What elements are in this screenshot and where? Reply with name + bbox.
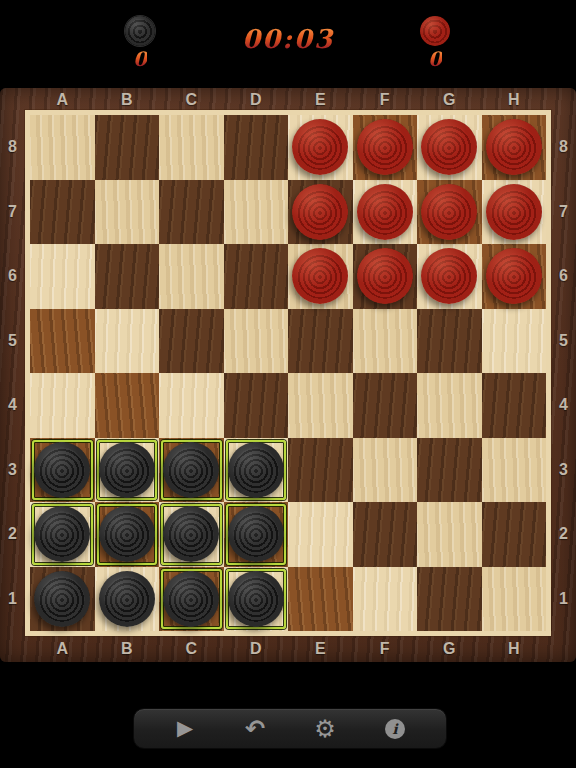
square-D4[interactable] xyxy=(224,373,289,438)
col-label-B: B xyxy=(95,89,160,111)
info-button[interactable]: i xyxy=(378,712,412,746)
piece-red-G8[interactable] xyxy=(421,119,477,175)
square-F2[interactable] xyxy=(353,502,418,567)
square-B3[interactable] xyxy=(95,438,160,503)
square-A7[interactable] xyxy=(30,180,95,245)
piece-black-A1[interactable] xyxy=(34,571,90,627)
square-E8[interactable] xyxy=(288,115,353,180)
square-B5[interactable] xyxy=(95,309,160,374)
piece-black-D3[interactable] xyxy=(228,442,284,498)
col-label-D: D xyxy=(224,89,289,111)
square-C4[interactable] xyxy=(159,373,224,438)
square-H6[interactable] xyxy=(482,244,547,309)
col-label-G: G xyxy=(417,636,482,662)
square-E5[interactable] xyxy=(288,309,353,374)
column-labels-bottom: ABCDEFGH xyxy=(30,636,546,662)
square-E1[interactable] xyxy=(288,567,353,632)
col-label-A: A xyxy=(30,89,95,111)
row-labels-right: 87654321 xyxy=(551,115,576,631)
square-G8[interactable] xyxy=(417,115,482,180)
square-E6[interactable] xyxy=(288,244,353,309)
row-label-8: 8 xyxy=(0,115,25,180)
row-label-5: 5 xyxy=(0,309,25,374)
row-label-2: 2 xyxy=(0,502,25,567)
square-E3[interactable] xyxy=(288,438,353,503)
col-label-B: B xyxy=(95,636,160,662)
row-label-1: 1 xyxy=(551,567,576,632)
black-piece-icon xyxy=(125,16,155,46)
piece-red-F8[interactable] xyxy=(357,119,413,175)
piece-black-B3[interactable] xyxy=(99,442,155,498)
row-label-8: 8 xyxy=(551,115,576,180)
square-A8[interactable] xyxy=(30,115,95,180)
square-G5[interactable] xyxy=(417,309,482,374)
square-A2[interactable] xyxy=(30,502,95,567)
score-bar: 0 00:03 0 xyxy=(0,0,576,88)
square-F1[interactable] xyxy=(353,567,418,632)
square-B7[interactable] xyxy=(95,180,160,245)
square-G6[interactable] xyxy=(417,244,482,309)
col-label-F: F xyxy=(353,636,418,662)
col-label-A: A xyxy=(30,636,95,662)
row-label-5: 5 xyxy=(551,309,576,374)
red-piece-icon xyxy=(420,16,450,46)
game-timer: 00:03 xyxy=(0,24,576,54)
row-label-2: 2 xyxy=(551,502,576,567)
row-label-4: 4 xyxy=(551,373,576,438)
piece-black-C3[interactable] xyxy=(163,442,219,498)
piece-red-H7[interactable] xyxy=(486,184,542,240)
square-F4[interactable] xyxy=(353,373,418,438)
board-grid xyxy=(30,115,546,631)
column-labels-top: ABCDEFGH xyxy=(30,89,546,111)
square-A3[interactable] xyxy=(30,438,95,503)
square-F6[interactable] xyxy=(353,244,418,309)
square-H7[interactable] xyxy=(482,180,547,245)
square-E4[interactable] xyxy=(288,373,353,438)
square-G7[interactable] xyxy=(417,180,482,245)
square-G3[interactable] xyxy=(417,438,482,503)
square-C2[interactable] xyxy=(159,502,224,567)
square-A5[interactable] xyxy=(30,309,95,374)
square-F7[interactable] xyxy=(353,180,418,245)
square-H4[interactable] xyxy=(482,373,547,438)
square-F5[interactable] xyxy=(353,309,418,374)
square-B2[interactable] xyxy=(95,502,160,567)
col-label-C: C xyxy=(159,89,224,111)
col-label-G: G xyxy=(417,89,482,111)
piece-black-B1[interactable] xyxy=(99,571,155,627)
settings-button[interactable]: ⚙ xyxy=(308,712,342,746)
piece-red-H6[interactable] xyxy=(486,248,542,304)
red-score: 0 xyxy=(428,49,442,69)
square-C8[interactable] xyxy=(159,115,224,180)
square-G4[interactable] xyxy=(417,373,482,438)
piece-red-E6[interactable] xyxy=(292,248,348,304)
square-B6[interactable] xyxy=(95,244,160,309)
piece-red-E8[interactable] xyxy=(292,119,348,175)
col-label-D: D xyxy=(224,636,289,662)
square-H8[interactable] xyxy=(482,115,547,180)
square-H2[interactable] xyxy=(482,502,547,567)
piece-red-F6[interactable] xyxy=(357,248,413,304)
piece-red-G6[interactable] xyxy=(421,248,477,304)
square-E2[interactable] xyxy=(288,502,353,567)
piece-red-F7[interactable] xyxy=(357,184,413,240)
row-labels-left: 87654321 xyxy=(0,115,25,631)
settings-icon: ⚙ xyxy=(314,717,336,741)
undo-button[interactable]: ↶ xyxy=(238,712,272,746)
board-frame: ABCDEFGH ABCDEFGH 87654321 87654321 xyxy=(0,88,576,662)
square-D8[interactable] xyxy=(224,115,289,180)
square-B4[interactable] xyxy=(95,373,160,438)
square-F3[interactable] xyxy=(353,438,418,503)
square-C1[interactable] xyxy=(159,567,224,632)
row-label-6: 6 xyxy=(0,244,25,309)
col-label-E: E xyxy=(288,89,353,111)
play-icon: ▶ xyxy=(177,718,193,739)
piece-black-A2[interactable] xyxy=(34,506,90,562)
square-D6[interactable] xyxy=(224,244,289,309)
playing-field xyxy=(25,110,551,636)
piece-black-C2[interactable] xyxy=(163,506,219,562)
row-label-7: 7 xyxy=(0,180,25,245)
piece-red-G7[interactable] xyxy=(421,184,477,240)
col-label-H: H xyxy=(482,636,547,662)
piece-black-A3[interactable] xyxy=(34,442,90,498)
piece-black-D1[interactable] xyxy=(228,571,284,627)
square-H5[interactable] xyxy=(482,309,547,374)
square-C3[interactable] xyxy=(159,438,224,503)
undo-icon: ↶ xyxy=(245,717,265,741)
square-D2[interactable] xyxy=(224,502,289,567)
col-label-C: C xyxy=(159,636,224,662)
square-C5[interactable] xyxy=(159,309,224,374)
col-label-F: F xyxy=(353,89,418,111)
col-label-E: E xyxy=(288,636,353,662)
piece-black-C1[interactable] xyxy=(163,571,219,627)
square-D3[interactable] xyxy=(224,438,289,503)
row-label-4: 4 xyxy=(0,373,25,438)
row-label-3: 3 xyxy=(551,438,576,503)
piece-black-D2[interactable] xyxy=(228,506,284,562)
col-label-H: H xyxy=(482,89,547,111)
piece-black-B2[interactable] xyxy=(99,506,155,562)
toolbar: ▶↶⚙i xyxy=(133,708,447,749)
row-label-3: 3 xyxy=(0,438,25,503)
square-F8[interactable] xyxy=(353,115,418,180)
row-label-6: 6 xyxy=(551,244,576,309)
square-D7[interactable] xyxy=(224,180,289,245)
row-label-7: 7 xyxy=(551,180,576,245)
row-label-1: 1 xyxy=(0,567,25,632)
square-E7[interactable] xyxy=(288,180,353,245)
square-H1[interactable] xyxy=(482,567,547,632)
square-A4[interactable] xyxy=(30,373,95,438)
square-D5[interactable] xyxy=(224,309,289,374)
piece-red-E7[interactable] xyxy=(292,184,348,240)
square-B1[interactable] xyxy=(95,567,160,632)
info-icon: i xyxy=(385,719,405,739)
square-H3[interactable] xyxy=(482,438,547,503)
square-B8[interactable] xyxy=(95,115,160,180)
square-D1[interactable] xyxy=(224,567,289,632)
square-G2[interactable] xyxy=(417,502,482,567)
square-A1[interactable] xyxy=(30,567,95,632)
red-captured-counter: 0 xyxy=(405,16,465,69)
play-button[interactable]: ▶ xyxy=(168,712,202,746)
piece-red-H8[interactable] xyxy=(486,119,542,175)
square-A6[interactable] xyxy=(30,244,95,309)
square-C6[interactable] xyxy=(159,244,224,309)
square-G1[interactable] xyxy=(417,567,482,632)
square-C7[interactable] xyxy=(159,180,224,245)
